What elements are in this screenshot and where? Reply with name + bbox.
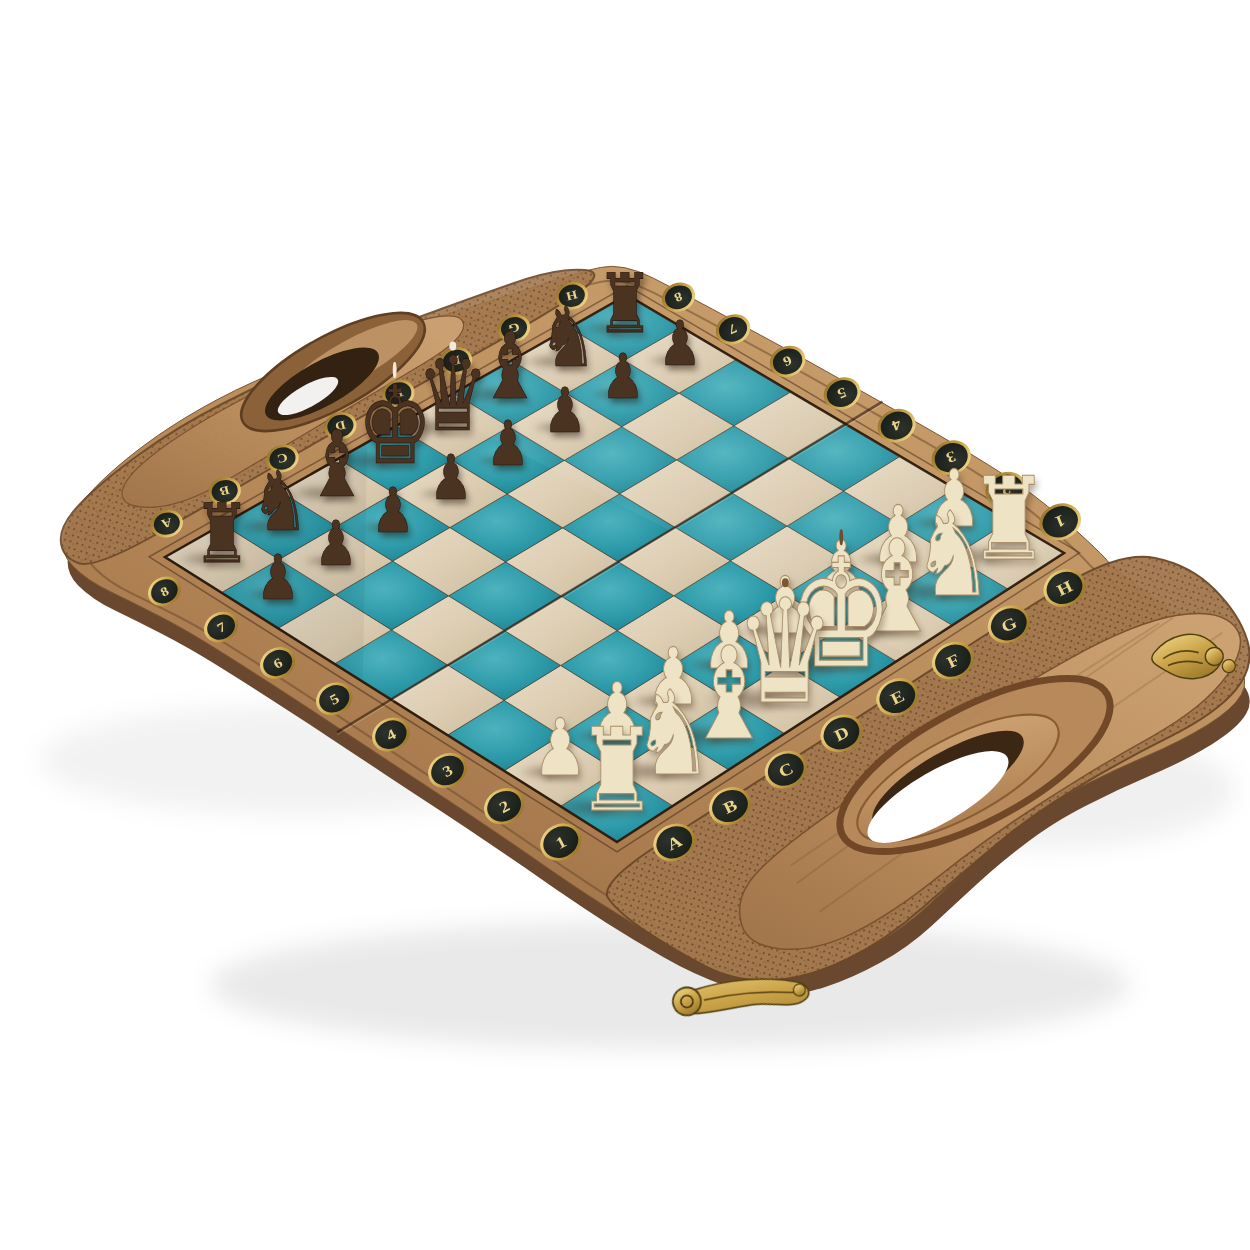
piece-black-knight-b8[interactable]: ♞: [251, 460, 309, 543]
piece-black-pawn-a7[interactable]: ♟: [257, 546, 300, 608]
product-photo: ABCDEFGHABCDEFGH1234567812345678 ♜♞♝♚♛♝♞…: [0, 0, 1250, 1250]
finial-ball-e8: [449, 342, 456, 351]
chess-case: ABCDEFGHABCDEFGH1234567812345678: [0, 0, 1250, 1250]
piece-black-knight-g8[interactable]: ♞: [539, 295, 597, 378]
piece-black-pawn-e7[interactable]: ♟: [486, 413, 529, 475]
finial-spike-e1: [839, 529, 843, 545]
piece-black-pawn-b7[interactable]: ♟: [314, 513, 357, 575]
piece-black-pawn-c7[interactable]: ♟: [372, 480, 415, 542]
piece-black-pawn-g7[interactable]: ♟: [601, 346, 644, 408]
piece-black-bishop-c8[interactable]: ♝: [305, 419, 369, 511]
finial-ball-d1: [781, 579, 788, 588]
piece-white-rook-a1[interactable]: ♜: [577, 713, 657, 828]
piece-black-rook-h8[interactable]: ♜: [597, 263, 654, 345]
piece-black-pawn-d7[interactable]: ♟: [429, 446, 472, 508]
piece-black-pawn-h7[interactable]: ♟: [659, 313, 702, 375]
finial-spike-d8: [393, 363, 397, 379]
piece-black-rook-a8[interactable]: ♜: [193, 494, 250, 576]
piece-black-pawn-f7[interactable]: ♟: [544, 380, 587, 442]
